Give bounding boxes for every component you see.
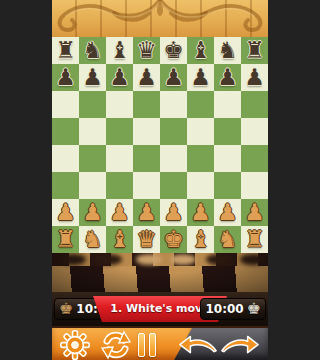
square-d3[interactable] <box>133 172 160 199</box>
black-pawn: ♟ <box>160 64 187 91</box>
square-g6[interactable] <box>214 91 241 118</box>
black-rook: ♜ <box>52 37 79 64</box>
square-d1[interactable]: ♛ <box>133 226 160 253</box>
square-f8[interactable]: ♝ <box>187 37 214 64</box>
square-b3[interactable] <box>79 172 106 199</box>
move-banner-text: 1. White's move <box>110 302 210 315</box>
settings-button[interactable] <box>59 329 91 360</box>
square-a5[interactable] <box>52 118 79 145</box>
square-h5[interactable] <box>241 118 268 145</box>
square-d7[interactable]: ♟ <box>133 64 160 91</box>
redo-arrow-icon <box>220 334 260 356</box>
square-a8[interactable]: ♜ <box>52 37 79 64</box>
carved-flourish-decoration <box>52 0 268 37</box>
white-pawn: ♟ <box>241 199 268 226</box>
black-pawn: ♟ <box>79 64 106 91</box>
pause-button[interactable] <box>134 329 160 360</box>
square-h2[interactable]: ♟ <box>241 199 268 226</box>
white-pawn: ♟ <box>52 199 79 226</box>
restart-icon <box>101 330 131 360</box>
undo-arrow-icon <box>178 334 218 356</box>
square-a3[interactable] <box>52 172 79 199</box>
white-knight: ♞ <box>79 226 106 253</box>
black-pawn: ♟ <box>106 64 133 91</box>
square-g5[interactable] <box>214 118 241 145</box>
pause-icon <box>136 333 158 357</box>
square-h7[interactable]: ♟ <box>241 64 268 91</box>
black-knight: ♞ <box>214 37 241 64</box>
square-e4[interactable] <box>160 145 187 172</box>
black-knight: ♞ <box>79 37 106 64</box>
black-pawn: ♟ <box>241 64 268 91</box>
black-pawn: ♟ <box>133 64 160 91</box>
square-c4[interactable] <box>106 145 133 172</box>
black-pawn: ♟ <box>52 64 79 91</box>
square-c2[interactable]: ♟ <box>106 199 133 226</box>
square-c5[interactable] <box>106 118 133 145</box>
square-f7[interactable]: ♟ <box>187 64 214 91</box>
black-clock-time: 10:00 <box>205 302 243 316</box>
square-e3[interactable] <box>160 172 187 199</box>
square-f1[interactable]: ♝ <box>187 226 214 253</box>
square-g4[interactable] <box>214 145 241 172</box>
square-b7[interactable]: ♟ <box>79 64 106 91</box>
square-f5[interactable] <box>187 118 214 145</box>
photo-vignette <box>52 253 268 292</box>
square-f4[interactable] <box>187 145 214 172</box>
square-d2[interactable]: ♟ <box>133 199 160 226</box>
gear-icon <box>60 330 90 360</box>
square-c1[interactable]: ♝ <box>106 226 133 253</box>
white-pawn: ♟ <box>79 199 106 226</box>
white-rook: ♜ <box>52 226 79 253</box>
square-e2[interactable]: ♟ <box>160 199 187 226</box>
white-bishop: ♝ <box>187 226 214 253</box>
white-rook: ♜ <box>241 226 268 253</box>
square-d5[interactable] <box>133 118 160 145</box>
square-h6[interactable] <box>241 91 268 118</box>
black-queen: ♛ <box>133 37 160 64</box>
square-b4[interactable] <box>79 145 106 172</box>
square-h4[interactable] <box>241 145 268 172</box>
square-e8[interactable]: ♚ <box>160 37 187 64</box>
black-clock: 10:00 ♚ <box>200 298 266 320</box>
square-h8[interactable]: ♜ <box>241 37 268 64</box>
silver-king-icon: ♚ <box>247 301 261 317</box>
white-knight: ♞ <box>214 226 241 253</box>
black-rook: ♜ <box>241 37 268 64</box>
square-g1[interactable]: ♞ <box>214 226 241 253</box>
square-e6[interactable] <box>160 91 187 118</box>
square-a6[interactable] <box>52 91 79 118</box>
white-pawn: ♟ <box>187 199 214 226</box>
square-h3[interactable] <box>241 172 268 199</box>
square-d8[interactable]: ♛ <box>133 37 160 64</box>
square-g7[interactable]: ♟ <box>214 64 241 91</box>
square-f3[interactable] <box>187 172 214 199</box>
square-b1[interactable]: ♞ <box>79 226 106 253</box>
square-f6[interactable] <box>187 91 214 118</box>
square-a1[interactable]: ♜ <box>52 226 79 253</box>
chess-app: ♜♞♝♛♚♝♞♜♟♟♟♟♟♟♟♟♟♟♟♟♟♟♟♟♜♞♝♛♚♝♞♜ ♚ 10:00… <box>52 0 268 360</box>
status-bar: ♚ 10:00 1. White's move 10:00 ♚ <box>52 292 268 326</box>
gold-king-icon: ♚ <box>59 301 73 317</box>
square-d6[interactable] <box>133 91 160 118</box>
white-pawn: ♟ <box>214 199 241 226</box>
square-c3[interactable] <box>106 172 133 199</box>
white-pawn: ♟ <box>106 199 133 226</box>
white-bishop: ♝ <box>106 226 133 253</box>
black-bishop: ♝ <box>187 37 214 64</box>
chess-board: ♜♞♝♛♚♝♞♜♟♟♟♟♟♟♟♟♟♟♟♟♟♟♟♟♜♞♝♛♚♝♞♜ <box>52 37 268 253</box>
white-pawn: ♟ <box>133 199 160 226</box>
square-e5[interactable] <box>160 118 187 145</box>
white-pawn: ♟ <box>160 199 187 226</box>
square-b2[interactable]: ♟ <box>79 199 106 226</box>
bottom-toolbar <box>52 326 268 360</box>
square-e7[interactable]: ♟ <box>160 64 187 91</box>
black-bishop: ♝ <box>106 37 133 64</box>
decorative-3d-board-photo <box>52 253 268 292</box>
square-e1[interactable]: ♚ <box>160 226 187 253</box>
square-g2[interactable]: ♟ <box>214 199 241 226</box>
square-b5[interactable] <box>79 118 106 145</box>
black-king: ♚ <box>160 37 187 64</box>
square-a4[interactable] <box>52 145 79 172</box>
square-b6[interactable] <box>79 91 106 118</box>
square-c7[interactable]: ♟ <box>106 64 133 91</box>
undo-button[interactable] <box>178 329 218 360</box>
square-f2[interactable]: ♟ <box>187 199 214 226</box>
white-queen: ♛ <box>133 226 160 253</box>
restart-button[interactable] <box>100 329 132 360</box>
white-king: ♚ <box>160 226 187 253</box>
square-c8[interactable]: ♝ <box>106 37 133 64</box>
square-a2[interactable]: ♟ <box>52 199 79 226</box>
square-g8[interactable]: ♞ <box>214 37 241 64</box>
black-pawn: ♟ <box>187 64 214 91</box>
redo-button[interactable] <box>220 329 260 360</box>
square-a7[interactable]: ♟ <box>52 64 79 91</box>
square-c6[interactable] <box>106 91 133 118</box>
wood-header <box>52 0 268 37</box>
square-d4[interactable] <box>133 145 160 172</box>
square-g3[interactable] <box>214 172 241 199</box>
square-b8[interactable]: ♞ <box>79 37 106 64</box>
black-pawn: ♟ <box>214 64 241 91</box>
square-h1[interactable]: ♜ <box>241 226 268 253</box>
